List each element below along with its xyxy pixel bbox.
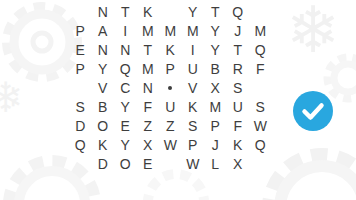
snowflake-icon: ❄ bbox=[0, 74, 23, 121]
grid-cell[interactable]: T bbox=[204, 2, 227, 21]
grid-cell[interactable]: T bbox=[227, 40, 250, 59]
grid-cell[interactable]: B bbox=[204, 59, 227, 78]
grid-cell[interactable]: F bbox=[227, 116, 250, 135]
grid-cell[interactable]: V bbox=[92, 78, 115, 97]
grid-cell[interactable]: N bbox=[92, 2, 115, 21]
grid-cell[interactable]: N bbox=[114, 40, 137, 59]
grid-cell[interactable]: Q bbox=[227, 2, 250, 21]
grid-cell[interactable]: M bbox=[137, 21, 160, 40]
grid-cell[interactable]: K bbox=[182, 97, 205, 116]
grid-cell[interactable]: E bbox=[69, 40, 92, 59]
grid-cell[interactable]: J bbox=[204, 135, 227, 154]
grid-cell[interactable]: U bbox=[159, 97, 182, 116]
grid-cell bbox=[249, 154, 272, 173]
grid-cell[interactable]: O bbox=[114, 154, 137, 173]
grid-cell[interactable]: F bbox=[137, 97, 160, 116]
grid-cell[interactable]: I bbox=[182, 40, 205, 59]
grid-cell[interactable]: W bbox=[159, 135, 182, 154]
grid-cell[interactable]: B bbox=[92, 97, 115, 116]
grid-cell[interactable]: D bbox=[69, 116, 92, 135]
grid-cell[interactable]: E bbox=[137, 154, 160, 173]
grid-cell[interactable]: E bbox=[114, 116, 137, 135]
word-grid[interactable]: NTKYTQPAIMMMYJMENNTKIYTQPYQMPUBRFVCNVXSS… bbox=[69, 2, 272, 173]
grid-cell[interactable]: Q bbox=[69, 135, 92, 154]
grid-cell[interactable]: S bbox=[69, 97, 92, 116]
grid-cell[interactable]: P bbox=[69, 59, 92, 78]
grid-cell[interactable]: Q bbox=[249, 40, 272, 59]
confirm-check-button[interactable] bbox=[293, 91, 333, 131]
word-search-screen: ❄ ❄ NTKYTQPAIMMMYJMENNTKIYTQPYQMPUBRFVCN… bbox=[0, 0, 356, 200]
grid-cell[interactable]: M bbox=[159, 21, 182, 40]
grid-cell[interactable]: X bbox=[204, 78, 227, 97]
grid-cell[interactable]: Y bbox=[92, 59, 115, 78]
grid-cell[interactable]: F bbox=[249, 59, 272, 78]
grid-cell[interactable]: D bbox=[92, 154, 115, 173]
grid-cell[interactable]: X bbox=[227, 154, 250, 173]
grid-cell[interactable]: N bbox=[92, 40, 115, 59]
grid-cell[interactable]: P bbox=[204, 116, 227, 135]
grid-cell[interactable]: M bbox=[137, 59, 160, 78]
check-icon bbox=[293, 91, 333, 131]
grid-cell[interactable]: Y bbox=[204, 40, 227, 59]
gear-icon bbox=[270, 156, 356, 200]
grid-cell[interactable]: Y bbox=[182, 2, 205, 21]
grid-cell[interactable]: Y bbox=[114, 135, 137, 154]
grid-cell[interactable]: N bbox=[137, 78, 160, 97]
grid-cell[interactable]: J bbox=[227, 21, 250, 40]
dot-marker-icon bbox=[168, 86, 172, 90]
grid-cell bbox=[159, 78, 182, 97]
grid-cell[interactable]: U bbox=[227, 97, 250, 116]
grid-cell[interactable]: M bbox=[249, 21, 272, 40]
grid-cell[interactable]: S bbox=[182, 116, 205, 135]
grid-cell[interactable]: Z bbox=[159, 116, 182, 135]
grid-cell[interactable]: V bbox=[182, 78, 205, 97]
grid-cell[interactable]: P bbox=[69, 21, 92, 40]
grid-cell[interactable]: Y bbox=[114, 97, 137, 116]
grid-cell[interactable]: T bbox=[114, 2, 137, 21]
grid-cell bbox=[69, 78, 92, 97]
grid-cell[interactable]: P bbox=[159, 59, 182, 78]
grid-cell[interactable]: S bbox=[249, 97, 272, 116]
grid-cell[interactable]: X bbox=[137, 135, 160, 154]
grid-cell[interactable]: Y bbox=[204, 21, 227, 40]
grid-cell[interactable]: M bbox=[182, 21, 205, 40]
grid-cell[interactable]: Z bbox=[137, 116, 160, 135]
grid-cell[interactable]: K bbox=[159, 40, 182, 59]
grid-cell[interactable]: U bbox=[182, 59, 205, 78]
grid-cell[interactable]: O bbox=[92, 116, 115, 135]
grid-cell[interactable]: K bbox=[227, 135, 250, 154]
grid-cell bbox=[249, 2, 272, 21]
grid-cell bbox=[159, 154, 182, 173]
grid-cell[interactable]: K bbox=[92, 135, 115, 154]
grid-cell bbox=[249, 78, 272, 97]
grid-cell[interactable]: P bbox=[182, 135, 205, 154]
grid-cell[interactable]: R bbox=[227, 59, 250, 78]
grid-cell[interactable]: A bbox=[92, 21, 115, 40]
grid-cell[interactable]: C bbox=[114, 78, 137, 97]
gear-icon bbox=[8, 8, 76, 76]
grid-cell[interactable]: M bbox=[204, 97, 227, 116]
grid-cell[interactable]: Q bbox=[249, 135, 272, 154]
grid-cell bbox=[69, 2, 92, 21]
gear-icon bbox=[148, 174, 204, 200]
grid-cell[interactable]: K bbox=[137, 2, 160, 21]
grid-cell[interactable]: W bbox=[249, 116, 272, 135]
grid-cell bbox=[159, 2, 182, 21]
snowflake-icon: ❄ bbox=[286, 0, 340, 66]
grid-cell[interactable]: I bbox=[114, 21, 137, 40]
grid-cell[interactable]: L bbox=[204, 154, 227, 173]
grid-cell[interactable]: W bbox=[182, 154, 205, 173]
grid-cell[interactable]: T bbox=[137, 40, 160, 59]
grid-cell bbox=[69, 154, 92, 173]
grid-cell[interactable]: Q bbox=[114, 59, 137, 78]
grid-cell[interactable]: S bbox=[227, 78, 250, 97]
